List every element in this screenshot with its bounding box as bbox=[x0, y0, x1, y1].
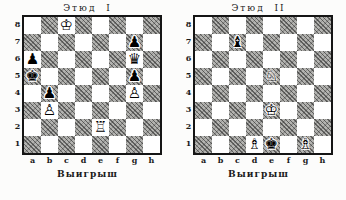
square-b5 bbox=[212, 68, 229, 85]
square-c1 bbox=[58, 136, 75, 153]
square-b5 bbox=[41, 68, 58, 85]
study-2-title: Этюд II bbox=[231, 2, 285, 15]
square-e6 bbox=[92, 51, 109, 68]
square-d5 bbox=[75, 68, 92, 85]
rank-label-1: 1 bbox=[13, 134, 22, 151]
square-h2 bbox=[143, 119, 160, 136]
square-a1 bbox=[24, 136, 41, 153]
square-f7 bbox=[280, 34, 297, 51]
square-a5 bbox=[195, 68, 212, 85]
rank-label-6: 6 bbox=[13, 49, 22, 66]
square-a2 bbox=[195, 119, 212, 136]
square-e2 bbox=[263, 119, 280, 136]
square-h1 bbox=[143, 136, 160, 153]
square-h6 bbox=[143, 51, 160, 68]
rank-label-2: 2 bbox=[184, 117, 193, 134]
square-d8 bbox=[75, 17, 92, 34]
rank-label-5: 5 bbox=[13, 66, 22, 83]
square-f8 bbox=[280, 17, 297, 34]
file-label-e: e bbox=[263, 155, 280, 166]
white-knight-icon: ♘ bbox=[263, 68, 280, 85]
square-c7: ♝ bbox=[229, 34, 246, 51]
square-h5 bbox=[314, 68, 331, 85]
rank-label-8: 8 bbox=[184, 15, 193, 32]
square-e8 bbox=[92, 17, 109, 34]
file-label-b: b bbox=[212, 155, 229, 166]
square-e3 bbox=[92, 102, 109, 119]
white-pawn-icon: ♙ bbox=[41, 102, 58, 119]
black-pawn-icon: ♟ bbox=[126, 34, 143, 51]
file-label-d: d bbox=[246, 155, 263, 166]
file-label-g: g bbox=[297, 155, 314, 166]
square-g6: ♛ bbox=[126, 51, 143, 68]
square-h4 bbox=[314, 85, 331, 102]
square-g3 bbox=[297, 102, 314, 119]
square-b7 bbox=[41, 34, 58, 51]
square-b3 bbox=[212, 102, 229, 119]
square-d7 bbox=[75, 34, 92, 51]
square-c5 bbox=[229, 68, 246, 85]
square-h4 bbox=[143, 85, 160, 102]
rank-label-8: 8 bbox=[13, 15, 22, 32]
square-e5 bbox=[92, 68, 109, 85]
square-f5 bbox=[280, 68, 297, 85]
square-d6 bbox=[75, 51, 92, 68]
square-e4 bbox=[263, 85, 280, 102]
rank-label-4: 4 bbox=[13, 83, 22, 100]
black-king-icon: ♚ bbox=[263, 136, 280, 153]
square-a4 bbox=[195, 85, 212, 102]
rank-label-1: 1 bbox=[184, 134, 193, 151]
square-e4 bbox=[92, 85, 109, 102]
square-d3 bbox=[75, 102, 92, 119]
square-d3 bbox=[246, 102, 263, 119]
rank-label-4: 4 bbox=[184, 83, 193, 100]
rank-label-7: 7 bbox=[13, 32, 22, 49]
square-h3 bbox=[143, 102, 160, 119]
square-a4 bbox=[24, 85, 41, 102]
square-b7 bbox=[212, 34, 229, 51]
square-f4 bbox=[109, 85, 126, 102]
study-1-rank-labels: 87654321 bbox=[13, 15, 22, 155]
study-2-caption: Выигрыш bbox=[228, 169, 289, 179]
square-h7 bbox=[314, 34, 331, 51]
square-h3 bbox=[314, 102, 331, 119]
square-e1 bbox=[92, 136, 109, 153]
square-g4: ♙ bbox=[126, 85, 143, 102]
black-pawn-icon: ♟ bbox=[24, 51, 41, 68]
square-b3: ♙ bbox=[41, 102, 58, 119]
rank-label-6: 6 bbox=[184, 49, 193, 66]
square-g8 bbox=[126, 17, 143, 34]
square-b2 bbox=[212, 119, 229, 136]
square-c2 bbox=[229, 119, 246, 136]
study-1-title: Этюд I bbox=[63, 2, 112, 15]
square-b6 bbox=[212, 51, 229, 68]
square-b6 bbox=[41, 51, 58, 68]
square-c6 bbox=[229, 51, 246, 68]
file-label-c: c bbox=[229, 155, 246, 166]
square-b2 bbox=[41, 119, 58, 136]
square-f1 bbox=[109, 136, 126, 153]
square-b1 bbox=[212, 136, 229, 153]
square-h1 bbox=[314, 136, 331, 153]
square-e3: ♔ bbox=[263, 102, 280, 119]
square-e1: ♚ bbox=[263, 136, 280, 153]
black-bishop-icon: ♝ bbox=[229, 34, 246, 51]
square-g1 bbox=[126, 136, 143, 153]
white-king-icon: ♔ bbox=[58, 17, 75, 34]
square-c3 bbox=[229, 102, 246, 119]
square-a8 bbox=[195, 17, 212, 34]
square-e6 bbox=[263, 51, 280, 68]
square-c8 bbox=[229, 17, 246, 34]
square-f3 bbox=[109, 102, 126, 119]
rank-label-3: 3 bbox=[184, 100, 193, 117]
square-b4: ♟ bbox=[41, 85, 58, 102]
file-label-f: f bbox=[280, 155, 297, 166]
square-a2 bbox=[24, 119, 41, 136]
square-g1: ♗ bbox=[297, 136, 314, 153]
square-c1 bbox=[229, 136, 246, 153]
study-2: Этюд II 87654321 ♝♘♔♗♚♗ abcdefgh Выигрыш bbox=[184, 2, 333, 179]
file-label-e: e bbox=[92, 155, 109, 166]
square-e2: ♖ bbox=[92, 119, 109, 136]
black-pawn-icon: ♟ bbox=[41, 85, 58, 102]
file-label-a: a bbox=[24, 155, 41, 166]
square-f7 bbox=[109, 34, 126, 51]
study-1: Этюд I 87654321 ♔♟♟♛♚♟♟♙♙♖ abcdefgh Выиг… bbox=[13, 2, 162, 179]
square-g8 bbox=[297, 17, 314, 34]
square-a7 bbox=[195, 34, 212, 51]
square-a1 bbox=[195, 136, 212, 153]
square-d6 bbox=[246, 51, 263, 68]
file-label-g: g bbox=[126, 155, 143, 166]
square-d4 bbox=[246, 85, 263, 102]
square-f1 bbox=[280, 136, 297, 153]
square-c8: ♔ bbox=[58, 17, 75, 34]
square-f6 bbox=[109, 51, 126, 68]
square-e7 bbox=[92, 34, 109, 51]
black-king-icon: ♚ bbox=[24, 68, 41, 85]
study-2-file-labels: abcdefgh bbox=[195, 155, 331, 166]
square-f3 bbox=[280, 102, 297, 119]
square-d5 bbox=[246, 68, 263, 85]
square-e7 bbox=[263, 34, 280, 51]
square-g5 bbox=[297, 68, 314, 85]
square-a6 bbox=[195, 51, 212, 68]
square-a5: ♚ bbox=[24, 68, 41, 85]
square-h8 bbox=[314, 17, 331, 34]
square-c4 bbox=[58, 85, 75, 102]
white-pawn-icon: ♙ bbox=[126, 85, 143, 102]
square-b8 bbox=[212, 17, 229, 34]
file-label-h: h bbox=[314, 155, 331, 166]
study-1-chess-board: ♔♟♟♛♚♟♟♙♙♖ bbox=[22, 15, 162, 155]
square-d1 bbox=[75, 136, 92, 153]
white-king-icon: ♔ bbox=[263, 102, 280, 119]
square-e5: ♘ bbox=[263, 68, 280, 85]
white-bishop-icon: ♗ bbox=[246, 136, 263, 153]
rank-label-7: 7 bbox=[184, 32, 193, 49]
square-f6 bbox=[280, 51, 297, 68]
square-a8 bbox=[24, 17, 41, 34]
square-f4 bbox=[280, 85, 297, 102]
square-d8 bbox=[246, 17, 263, 34]
file-label-c: c bbox=[58, 155, 75, 166]
square-g3 bbox=[126, 102, 143, 119]
square-g7: ♟ bbox=[126, 34, 143, 51]
square-g7 bbox=[297, 34, 314, 51]
square-c2 bbox=[58, 119, 75, 136]
black-queen-icon: ♛ bbox=[126, 51, 143, 68]
file-label-b: b bbox=[41, 155, 58, 166]
square-h8 bbox=[143, 17, 160, 34]
square-a6: ♟ bbox=[24, 51, 41, 68]
square-a3 bbox=[24, 102, 41, 119]
square-f2 bbox=[280, 119, 297, 136]
study-2-chess-board: ♝♘♔♗♚♗ bbox=[193, 15, 333, 155]
square-d7 bbox=[246, 34, 263, 51]
black-pawn-icon: ♟ bbox=[126, 68, 143, 85]
square-g5: ♟ bbox=[126, 68, 143, 85]
square-c5 bbox=[58, 68, 75, 85]
square-b8 bbox=[41, 17, 58, 34]
square-e8 bbox=[263, 17, 280, 34]
file-label-d: d bbox=[75, 155, 92, 166]
square-c6 bbox=[58, 51, 75, 68]
file-label-f: f bbox=[109, 155, 126, 166]
square-g2 bbox=[126, 119, 143, 136]
square-b1 bbox=[41, 136, 58, 153]
square-f5 bbox=[109, 68, 126, 85]
square-g4 bbox=[297, 85, 314, 102]
square-h2 bbox=[314, 119, 331, 136]
square-a3 bbox=[195, 102, 212, 119]
study-1-caption: Выигрыш bbox=[57, 169, 118, 179]
rank-label-5: 5 bbox=[184, 66, 193, 83]
square-h7 bbox=[143, 34, 160, 51]
book-page: Этюд I 87654321 ♔♟♟♛♚♟♟♙♙♖ abcdefgh Выиг… bbox=[0, 0, 346, 200]
file-label-h: h bbox=[143, 155, 160, 166]
study-1-file-labels: abcdefgh bbox=[24, 155, 160, 166]
square-c4 bbox=[229, 85, 246, 102]
square-h6 bbox=[314, 51, 331, 68]
file-label-a: a bbox=[195, 155, 212, 166]
study-2-rank-labels: 87654321 bbox=[184, 15, 193, 155]
rank-label-2: 2 bbox=[13, 117, 22, 134]
square-c3 bbox=[58, 102, 75, 119]
square-c7 bbox=[58, 34, 75, 51]
square-f8 bbox=[109, 17, 126, 34]
square-g2 bbox=[297, 119, 314, 136]
square-d4 bbox=[75, 85, 92, 102]
white-bishop-icon: ♗ bbox=[297, 136, 314, 153]
square-h5 bbox=[143, 68, 160, 85]
square-a7 bbox=[24, 34, 41, 51]
rank-label-3: 3 bbox=[13, 100, 22, 117]
white-rook-icon: ♖ bbox=[92, 119, 109, 136]
square-f2 bbox=[109, 119, 126, 136]
square-b4 bbox=[212, 85, 229, 102]
square-d1: ♗ bbox=[246, 136, 263, 153]
square-d2 bbox=[75, 119, 92, 136]
square-g6 bbox=[297, 51, 314, 68]
square-d2 bbox=[246, 119, 263, 136]
